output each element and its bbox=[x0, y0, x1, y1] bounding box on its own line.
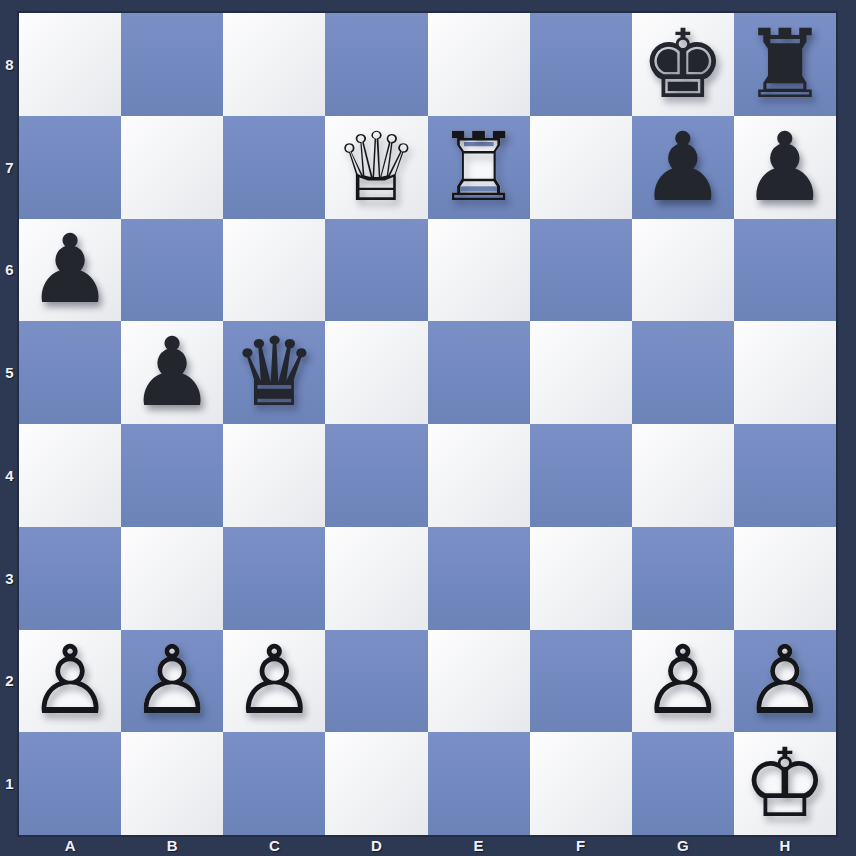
square-a4[interactable] bbox=[19, 424, 121, 527]
square-f3[interactable] bbox=[530, 527, 632, 630]
black-pawn-icon: ♟ bbox=[27, 222, 112, 317]
chessboard-app: 87654321 ♚♜♛♕♜♖♟♟♟♟♛♟♙♟♙♟♙♟♙♟♙♚♔ ABCDEFG… bbox=[0, 0, 856, 856]
file-labels: ABCDEFGH bbox=[19, 835, 836, 856]
square-b6[interactable] bbox=[121, 219, 223, 322]
square-e6[interactable] bbox=[428, 219, 530, 322]
square-b2[interactable]: ♟♙ bbox=[121, 630, 223, 733]
square-c5[interactable]: ♛ bbox=[223, 321, 325, 424]
square-d6[interactable] bbox=[325, 219, 427, 322]
rank-label-1: 1 bbox=[0, 732, 19, 835]
square-h2[interactable]: ♟♙ bbox=[734, 630, 836, 733]
rank-labels: 87654321 bbox=[0, 13, 19, 835]
piece-black-queen-c5[interactable]: ♛ bbox=[223, 321, 325, 424]
square-d7[interactable]: ♛♕ bbox=[325, 116, 427, 219]
square-g6[interactable] bbox=[632, 219, 734, 322]
square-d3[interactable] bbox=[325, 527, 427, 630]
white-pawn-outline-icon: ♙ bbox=[27, 633, 112, 728]
rank-label-2: 2 bbox=[0, 630, 19, 733]
square-c3[interactable] bbox=[223, 527, 325, 630]
square-c2[interactable]: ♟♙ bbox=[223, 630, 325, 733]
square-e7[interactable]: ♜♖ bbox=[428, 116, 530, 219]
square-h4[interactable] bbox=[734, 424, 836, 527]
square-e8[interactable] bbox=[428, 13, 530, 116]
piece-white-pawn-c2[interactable]: ♟♙ bbox=[223, 630, 325, 733]
square-c7[interactable] bbox=[223, 116, 325, 219]
square-b5[interactable]: ♟ bbox=[121, 321, 223, 424]
white-pawn-outline-icon: ♙ bbox=[232, 633, 317, 728]
square-a5[interactable] bbox=[19, 321, 121, 424]
square-a1[interactable] bbox=[19, 732, 121, 835]
square-d8[interactable] bbox=[325, 13, 427, 116]
white-pawn-outline-icon: ♙ bbox=[130, 633, 215, 728]
square-b7[interactable] bbox=[121, 116, 223, 219]
file-label-a: A bbox=[19, 835, 121, 856]
piece-white-queen-d7[interactable]: ♛♕ bbox=[325, 116, 427, 219]
square-g1[interactable] bbox=[632, 732, 734, 835]
square-h1[interactable]: ♚♔ bbox=[734, 732, 836, 835]
square-b8[interactable] bbox=[121, 13, 223, 116]
piece-black-pawn-b5[interactable]: ♟ bbox=[121, 321, 223, 424]
black-pawn-icon: ♟ bbox=[640, 120, 725, 215]
square-d4[interactable] bbox=[325, 424, 427, 527]
square-g2[interactable]: ♟♙ bbox=[632, 630, 734, 733]
square-b4[interactable] bbox=[121, 424, 223, 527]
white-rook-outline-icon: ♖ bbox=[436, 120, 521, 215]
piece-white-rook-e7[interactable]: ♜♖ bbox=[428, 116, 530, 219]
file-label-b: B bbox=[121, 835, 223, 856]
square-h8[interactable]: ♜ bbox=[734, 13, 836, 116]
rank-label-4: 4 bbox=[0, 424, 19, 527]
square-e3[interactable] bbox=[428, 527, 530, 630]
square-e2[interactable] bbox=[428, 630, 530, 733]
chessboard[interactable]: ♚♜♛♕♜♖♟♟♟♟♛♟♙♟♙♟♙♟♙♟♙♚♔ bbox=[19, 13, 836, 835]
piece-white-king-h1[interactable]: ♚♔ bbox=[734, 732, 836, 835]
piece-white-pawn-b2[interactable]: ♟♙ bbox=[121, 630, 223, 733]
file-label-g: G bbox=[632, 835, 734, 856]
square-g5[interactable] bbox=[632, 321, 734, 424]
square-f4[interactable] bbox=[530, 424, 632, 527]
piece-black-pawn-g7[interactable]: ♟ bbox=[632, 116, 734, 219]
square-h3[interactable] bbox=[734, 527, 836, 630]
square-c4[interactable] bbox=[223, 424, 325, 527]
piece-black-pawn-h7[interactable]: ♟ bbox=[734, 116, 836, 219]
square-e5[interactable] bbox=[428, 321, 530, 424]
rank-label-8: 8 bbox=[0, 13, 19, 116]
square-a7[interactable] bbox=[19, 116, 121, 219]
white-king-outline-icon: ♔ bbox=[742, 736, 827, 831]
square-c8[interactable] bbox=[223, 13, 325, 116]
square-f2[interactable] bbox=[530, 630, 632, 733]
white-queen-outline-icon: ♕ bbox=[334, 120, 419, 215]
square-a3[interactable] bbox=[19, 527, 121, 630]
file-label-e: E bbox=[428, 835, 530, 856]
white-pawn-outline-icon: ♙ bbox=[640, 633, 725, 728]
square-f8[interactable] bbox=[530, 13, 632, 116]
square-b1[interactable] bbox=[121, 732, 223, 835]
black-pawn-icon: ♟ bbox=[742, 120, 827, 215]
black-rook-icon: ♜ bbox=[742, 17, 827, 112]
piece-black-rook-h8[interactable]: ♜ bbox=[734, 13, 836, 116]
square-a8[interactable] bbox=[19, 13, 121, 116]
rank-label-3: 3 bbox=[0, 527, 19, 630]
square-g8[interactable]: ♚ bbox=[632, 13, 734, 116]
piece-black-king-g8[interactable]: ♚ bbox=[632, 13, 734, 116]
file-label-h: H bbox=[734, 835, 836, 856]
square-e1[interactable] bbox=[428, 732, 530, 835]
piece-white-pawn-a2[interactable]: ♟♙ bbox=[19, 630, 121, 733]
square-f6[interactable] bbox=[530, 219, 632, 322]
square-b3[interactable] bbox=[121, 527, 223, 630]
black-queen-icon: ♛ bbox=[232, 325, 317, 420]
square-a2[interactable]: ♟♙ bbox=[19, 630, 121, 733]
white-pawn-outline-icon: ♙ bbox=[742, 633, 827, 728]
file-label-f: F bbox=[530, 835, 632, 856]
square-h5[interactable] bbox=[734, 321, 836, 424]
square-f5[interactable] bbox=[530, 321, 632, 424]
piece-white-pawn-h2[interactable]: ♟♙ bbox=[734, 630, 836, 733]
square-g7[interactable]: ♟ bbox=[632, 116, 734, 219]
file-label-c: C bbox=[223, 835, 325, 856]
square-h6[interactable] bbox=[734, 219, 836, 322]
square-e4[interactable] bbox=[428, 424, 530, 527]
black-pawn-icon: ♟ bbox=[130, 325, 215, 420]
rank-label-7: 7 bbox=[0, 116, 19, 219]
black-king-icon: ♚ bbox=[640, 17, 725, 112]
piece-black-pawn-a6[interactable]: ♟ bbox=[19, 219, 121, 322]
square-d1[interactable] bbox=[325, 732, 427, 835]
square-f1[interactable] bbox=[530, 732, 632, 835]
square-c1[interactable] bbox=[223, 732, 325, 835]
square-g4[interactable] bbox=[632, 424, 734, 527]
rank-label-5: 5 bbox=[0, 321, 19, 424]
square-a6[interactable]: ♟ bbox=[19, 219, 121, 322]
square-d5[interactable] bbox=[325, 321, 427, 424]
square-c6[interactable] bbox=[223, 219, 325, 322]
square-d2[interactable] bbox=[325, 630, 427, 733]
file-label-d: D bbox=[325, 835, 427, 856]
square-g3[interactable] bbox=[632, 527, 734, 630]
square-h7[interactable]: ♟ bbox=[734, 116, 836, 219]
piece-white-pawn-g2[interactable]: ♟♙ bbox=[632, 630, 734, 733]
square-f7[interactable] bbox=[530, 116, 632, 219]
rank-label-6: 6 bbox=[0, 219, 19, 322]
